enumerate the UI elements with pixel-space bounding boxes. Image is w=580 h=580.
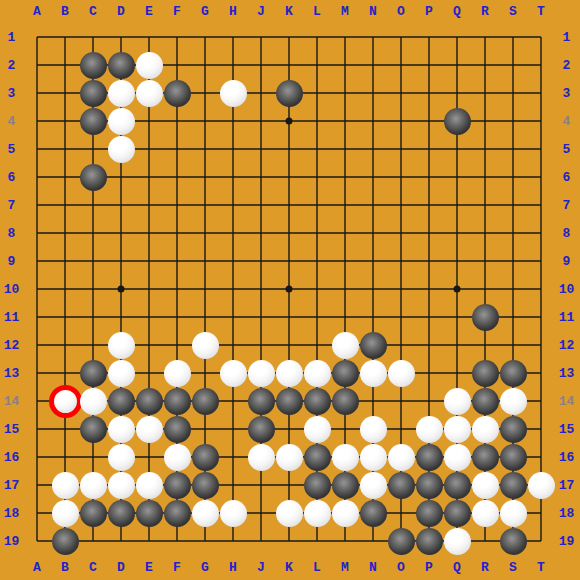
intersection-B15[interactable] xyxy=(51,415,79,443)
intersection-C9[interactable] xyxy=(79,247,107,275)
intersection-O8[interactable] xyxy=(387,219,415,247)
intersection-L12[interactable] xyxy=(303,331,331,359)
intersection-F10[interactable] xyxy=(163,275,191,303)
intersection-L10[interactable] xyxy=(303,275,331,303)
intersection-G17[interactable] xyxy=(191,471,219,499)
intersection-A8[interactable] xyxy=(23,219,51,247)
intersection-F1[interactable] xyxy=(163,23,191,51)
intersection-D2[interactable] xyxy=(107,51,135,79)
intersection-K6[interactable] xyxy=(275,163,303,191)
intersection-S18[interactable] xyxy=(499,499,527,527)
intersection-C16[interactable] xyxy=(79,443,107,471)
intersection-N3[interactable] xyxy=(359,79,387,107)
intersection-K2[interactable] xyxy=(275,51,303,79)
intersection-D19[interactable] xyxy=(107,527,135,555)
intersection-E5[interactable] xyxy=(135,135,163,163)
intersection-E2[interactable] xyxy=(135,51,163,79)
intersection-M5[interactable] xyxy=(331,135,359,163)
intersection-J2[interactable] xyxy=(247,51,275,79)
intersection-T18[interactable] xyxy=(527,499,555,527)
intersection-E6[interactable] xyxy=(135,163,163,191)
intersection-F13[interactable] xyxy=(163,359,191,387)
intersection-A14[interactable] xyxy=(23,387,51,415)
intersection-T4[interactable] xyxy=(527,107,555,135)
intersection-J1[interactable] xyxy=(247,23,275,51)
intersection-P1[interactable] xyxy=(415,23,443,51)
intersection-F9[interactable] xyxy=(163,247,191,275)
intersection-J4[interactable] xyxy=(247,107,275,135)
intersection-E18[interactable] xyxy=(135,499,163,527)
intersection-D4[interactable] xyxy=(107,107,135,135)
intersection-D11[interactable] xyxy=(107,303,135,331)
intersection-F8[interactable] xyxy=(163,219,191,247)
intersection-D6[interactable] xyxy=(107,163,135,191)
intersection-S13[interactable] xyxy=(499,359,527,387)
intersection-F19[interactable] xyxy=(163,527,191,555)
intersection-C4[interactable] xyxy=(79,107,107,135)
intersection-K16[interactable] xyxy=(275,443,303,471)
intersection-G9[interactable] xyxy=(191,247,219,275)
intersection-S17[interactable] xyxy=(499,471,527,499)
intersection-M13[interactable] xyxy=(331,359,359,387)
intersection-T19[interactable] xyxy=(527,527,555,555)
intersection-H16[interactable] xyxy=(219,443,247,471)
intersection-D8[interactable] xyxy=(107,219,135,247)
intersection-M6[interactable] xyxy=(331,163,359,191)
intersection-B5[interactable] xyxy=(51,135,79,163)
intersection-M15[interactable] xyxy=(331,415,359,443)
intersection-C5[interactable] xyxy=(79,135,107,163)
intersection-P8[interactable] xyxy=(415,219,443,247)
intersection-H7[interactable] xyxy=(219,191,247,219)
intersection-A3[interactable] xyxy=(23,79,51,107)
intersection-L2[interactable] xyxy=(303,51,331,79)
intersection-J9[interactable] xyxy=(247,247,275,275)
intersection-R8[interactable] xyxy=(471,219,499,247)
intersection-Q4[interactable] xyxy=(443,107,471,135)
intersection-E19[interactable] xyxy=(135,527,163,555)
intersection-A4[interactable] xyxy=(23,107,51,135)
intersection-C13[interactable] xyxy=(79,359,107,387)
intersection-G10[interactable] xyxy=(191,275,219,303)
intersection-T8[interactable] xyxy=(527,219,555,247)
intersection-A1[interactable] xyxy=(23,23,51,51)
intersection-A9[interactable] xyxy=(23,247,51,275)
intersection-L11[interactable] xyxy=(303,303,331,331)
intersection-P9[interactable] xyxy=(415,247,443,275)
intersection-B9[interactable] xyxy=(51,247,79,275)
intersection-S7[interactable] xyxy=(499,191,527,219)
intersection-L14[interactable] xyxy=(303,387,331,415)
intersection-P3[interactable] xyxy=(415,79,443,107)
intersection-C12[interactable] xyxy=(79,331,107,359)
intersection-R3[interactable] xyxy=(471,79,499,107)
intersection-G19[interactable] xyxy=(191,527,219,555)
intersection-A10[interactable] xyxy=(23,275,51,303)
intersection-H13[interactable] xyxy=(219,359,247,387)
intersection-S15[interactable] xyxy=(499,415,527,443)
intersection-T3[interactable] xyxy=(527,79,555,107)
intersection-B18[interactable] xyxy=(51,499,79,527)
intersection-N16[interactable] xyxy=(359,443,387,471)
intersection-O1[interactable] xyxy=(387,23,415,51)
intersection-Q1[interactable] xyxy=(443,23,471,51)
intersection-O14[interactable] xyxy=(387,387,415,415)
intersection-P4[interactable] xyxy=(415,107,443,135)
intersection-L17[interactable] xyxy=(303,471,331,499)
intersection-T17[interactable] xyxy=(527,471,555,499)
intersection-C11[interactable] xyxy=(79,303,107,331)
intersection-L4[interactable] xyxy=(303,107,331,135)
intersection-E9[interactable] xyxy=(135,247,163,275)
intersection-B1[interactable] xyxy=(51,23,79,51)
intersection-H2[interactable] xyxy=(219,51,247,79)
intersection-E1[interactable] xyxy=(135,23,163,51)
intersection-A12[interactable] xyxy=(23,331,51,359)
intersection-O10[interactable] xyxy=(387,275,415,303)
intersection-N2[interactable] xyxy=(359,51,387,79)
intersection-J7[interactable] xyxy=(247,191,275,219)
intersection-H19[interactable] xyxy=(219,527,247,555)
intersection-K1[interactable] xyxy=(275,23,303,51)
intersection-N4[interactable] xyxy=(359,107,387,135)
intersection-Q5[interactable] xyxy=(443,135,471,163)
intersection-N1[interactable] xyxy=(359,23,387,51)
intersection-T10[interactable] xyxy=(527,275,555,303)
intersection-Q8[interactable] xyxy=(443,219,471,247)
intersection-L7[interactable] xyxy=(303,191,331,219)
intersection-C10[interactable] xyxy=(79,275,107,303)
intersection-E17[interactable] xyxy=(135,471,163,499)
intersection-G8[interactable] xyxy=(191,219,219,247)
intersection-C3[interactable] xyxy=(79,79,107,107)
intersection-R2[interactable] xyxy=(471,51,499,79)
intersection-C7[interactable] xyxy=(79,191,107,219)
intersection-N8[interactable] xyxy=(359,219,387,247)
intersection-S5[interactable] xyxy=(499,135,527,163)
intersection-P16[interactable] xyxy=(415,443,443,471)
intersection-T2[interactable] xyxy=(527,51,555,79)
intersection-E11[interactable] xyxy=(135,303,163,331)
intersection-S3[interactable] xyxy=(499,79,527,107)
intersection-O2[interactable] xyxy=(387,51,415,79)
intersection-H14[interactable] xyxy=(219,387,247,415)
intersection-B14[interactable] xyxy=(51,387,79,415)
intersection-E16[interactable] xyxy=(135,443,163,471)
intersection-R1[interactable] xyxy=(471,23,499,51)
intersection-P11[interactable] xyxy=(415,303,443,331)
intersection-S12[interactable] xyxy=(499,331,527,359)
intersection-F6[interactable] xyxy=(163,163,191,191)
intersection-L3[interactable] xyxy=(303,79,331,107)
intersection-G12[interactable] xyxy=(191,331,219,359)
intersection-P2[interactable] xyxy=(415,51,443,79)
intersection-N5[interactable] xyxy=(359,135,387,163)
intersection-R16[interactable] xyxy=(471,443,499,471)
intersection-O4[interactable] xyxy=(387,107,415,135)
intersection-F5[interactable] xyxy=(163,135,191,163)
intersection-Q3[interactable] xyxy=(443,79,471,107)
intersection-N13[interactable] xyxy=(359,359,387,387)
intersection-J3[interactable] xyxy=(247,79,275,107)
intersection-G15[interactable] xyxy=(191,415,219,443)
intersection-E10[interactable] xyxy=(135,275,163,303)
intersection-G6[interactable] xyxy=(191,163,219,191)
intersection-M12[interactable] xyxy=(331,331,359,359)
intersection-A17[interactable] xyxy=(23,471,51,499)
intersection-D18[interactable] xyxy=(107,499,135,527)
intersection-L13[interactable] xyxy=(303,359,331,387)
intersection-M19[interactable] xyxy=(331,527,359,555)
intersection-L19[interactable] xyxy=(303,527,331,555)
intersection-J19[interactable] xyxy=(247,527,275,555)
intersection-B12[interactable] xyxy=(51,331,79,359)
intersection-O9[interactable] xyxy=(387,247,415,275)
intersection-M9[interactable] xyxy=(331,247,359,275)
intersection-C18[interactable] xyxy=(79,499,107,527)
intersection-O16[interactable] xyxy=(387,443,415,471)
intersection-H9[interactable] xyxy=(219,247,247,275)
intersection-N15[interactable] xyxy=(359,415,387,443)
intersection-G11[interactable] xyxy=(191,303,219,331)
intersection-A5[interactable] xyxy=(23,135,51,163)
intersection-K9[interactable] xyxy=(275,247,303,275)
intersection-J5[interactable] xyxy=(247,135,275,163)
intersection-P18[interactable] xyxy=(415,499,443,527)
intersection-T9[interactable] xyxy=(527,247,555,275)
intersection-A15[interactable] xyxy=(23,415,51,443)
intersection-L18[interactable] xyxy=(303,499,331,527)
intersection-O19[interactable] xyxy=(387,527,415,555)
intersection-K19[interactable] xyxy=(275,527,303,555)
intersection-R18[interactable] xyxy=(471,499,499,527)
intersection-C14[interactable] xyxy=(79,387,107,415)
intersection-R5[interactable] xyxy=(471,135,499,163)
intersection-T7[interactable] xyxy=(527,191,555,219)
intersection-S14[interactable] xyxy=(499,387,527,415)
intersection-F16[interactable] xyxy=(163,443,191,471)
intersection-H8[interactable] xyxy=(219,219,247,247)
intersection-A18[interactable] xyxy=(23,499,51,527)
intersection-M10[interactable] xyxy=(331,275,359,303)
intersection-Q14[interactable] xyxy=(443,387,471,415)
intersection-C8[interactable] xyxy=(79,219,107,247)
intersection-S1[interactable] xyxy=(499,23,527,51)
intersection-D10[interactable] xyxy=(107,275,135,303)
intersection-A19[interactable] xyxy=(23,527,51,555)
intersection-H1[interactable] xyxy=(219,23,247,51)
intersection-A2[interactable] xyxy=(23,51,51,79)
intersection-L16[interactable] xyxy=(303,443,331,471)
intersection-D15[interactable] xyxy=(107,415,135,443)
intersection-S9[interactable] xyxy=(499,247,527,275)
intersection-Q16[interactable] xyxy=(443,443,471,471)
intersection-R7[interactable] xyxy=(471,191,499,219)
intersection-C6[interactable] xyxy=(79,163,107,191)
intersection-J17[interactable] xyxy=(247,471,275,499)
intersection-P7[interactable] xyxy=(415,191,443,219)
intersection-G5[interactable] xyxy=(191,135,219,163)
intersection-F15[interactable] xyxy=(163,415,191,443)
intersection-K8[interactable] xyxy=(275,219,303,247)
intersection-F4[interactable] xyxy=(163,107,191,135)
intersection-O6[interactable] xyxy=(387,163,415,191)
intersection-R4[interactable] xyxy=(471,107,499,135)
intersection-S19[interactable] xyxy=(499,527,527,555)
intersection-N11[interactable] xyxy=(359,303,387,331)
intersection-R6[interactable] xyxy=(471,163,499,191)
intersection-G13[interactable] xyxy=(191,359,219,387)
intersection-H6[interactable] xyxy=(219,163,247,191)
intersection-T1[interactable] xyxy=(527,23,555,51)
intersection-Q13[interactable] xyxy=(443,359,471,387)
intersection-Q17[interactable] xyxy=(443,471,471,499)
intersection-R19[interactable] xyxy=(471,527,499,555)
intersection-E4[interactable] xyxy=(135,107,163,135)
intersection-F11[interactable] xyxy=(163,303,191,331)
intersection-T15[interactable] xyxy=(527,415,555,443)
intersection-B16[interactable] xyxy=(51,443,79,471)
intersection-P5[interactable] xyxy=(415,135,443,163)
intersection-R15[interactable] xyxy=(471,415,499,443)
intersection-L1[interactable] xyxy=(303,23,331,51)
intersection-M14[interactable] xyxy=(331,387,359,415)
intersection-C19[interactable] xyxy=(79,527,107,555)
intersection-Q12[interactable] xyxy=(443,331,471,359)
intersection-Q18[interactable] xyxy=(443,499,471,527)
intersection-J14[interactable] xyxy=(247,387,275,415)
intersection-D7[interactable] xyxy=(107,191,135,219)
intersection-N9[interactable] xyxy=(359,247,387,275)
intersection-T14[interactable] xyxy=(527,387,555,415)
intersection-M1[interactable] xyxy=(331,23,359,51)
intersection-A7[interactable] xyxy=(23,191,51,219)
intersection-D14[interactable] xyxy=(107,387,135,415)
intersection-J11[interactable] xyxy=(247,303,275,331)
intersection-H11[interactable] xyxy=(219,303,247,331)
intersection-M17[interactable] xyxy=(331,471,359,499)
intersection-K18[interactable] xyxy=(275,499,303,527)
intersection-B17[interactable] xyxy=(51,471,79,499)
intersection-D9[interactable] xyxy=(107,247,135,275)
intersection-J13[interactable] xyxy=(247,359,275,387)
intersection-F12[interactable] xyxy=(163,331,191,359)
intersection-M3[interactable] xyxy=(331,79,359,107)
intersection-D16[interactable] xyxy=(107,443,135,471)
intersection-B13[interactable] xyxy=(51,359,79,387)
intersection-Q11[interactable] xyxy=(443,303,471,331)
intersection-M2[interactable] xyxy=(331,51,359,79)
intersection-K12[interactable] xyxy=(275,331,303,359)
intersection-H10[interactable] xyxy=(219,275,247,303)
intersection-S4[interactable] xyxy=(499,107,527,135)
intersection-B10[interactable] xyxy=(51,275,79,303)
intersection-F14[interactable] xyxy=(163,387,191,415)
intersection-J10[interactable] xyxy=(247,275,275,303)
intersection-G1[interactable] xyxy=(191,23,219,51)
intersection-N12[interactable] xyxy=(359,331,387,359)
intersection-E12[interactable] xyxy=(135,331,163,359)
intersection-B11[interactable] xyxy=(51,303,79,331)
intersection-S6[interactable] xyxy=(499,163,527,191)
intersection-R17[interactable] xyxy=(471,471,499,499)
intersection-O3[interactable] xyxy=(387,79,415,107)
intersection-N19[interactable] xyxy=(359,527,387,555)
intersection-T16[interactable] xyxy=(527,443,555,471)
intersection-H18[interactable] xyxy=(219,499,247,527)
intersection-H5[interactable] xyxy=(219,135,247,163)
intersection-M16[interactable] xyxy=(331,443,359,471)
intersection-J18[interactable] xyxy=(247,499,275,527)
intersection-M4[interactable] xyxy=(331,107,359,135)
intersection-C2[interactable] xyxy=(79,51,107,79)
intersection-P12[interactable] xyxy=(415,331,443,359)
intersection-R13[interactable] xyxy=(471,359,499,387)
intersection-B19[interactable] xyxy=(51,527,79,555)
intersection-O17[interactable] xyxy=(387,471,415,499)
intersection-S11[interactable] xyxy=(499,303,527,331)
intersection-D1[interactable] xyxy=(107,23,135,51)
intersection-N17[interactable] xyxy=(359,471,387,499)
intersection-O7[interactable] xyxy=(387,191,415,219)
intersection-N6[interactable] xyxy=(359,163,387,191)
intersection-Q2[interactable] xyxy=(443,51,471,79)
intersection-K7[interactable] xyxy=(275,191,303,219)
intersection-E7[interactable] xyxy=(135,191,163,219)
intersection-D5[interactable] xyxy=(107,135,135,163)
intersection-A6[interactable] xyxy=(23,163,51,191)
intersection-B8[interactable] xyxy=(51,219,79,247)
intersection-P17[interactable] xyxy=(415,471,443,499)
intersection-C17[interactable] xyxy=(79,471,107,499)
intersection-M8[interactable] xyxy=(331,219,359,247)
intersection-J8[interactable] xyxy=(247,219,275,247)
intersection-F2[interactable] xyxy=(163,51,191,79)
intersection-Q19[interactable] xyxy=(443,527,471,555)
intersection-P15[interactable] xyxy=(415,415,443,443)
intersection-F7[interactable] xyxy=(163,191,191,219)
intersection-K13[interactable] xyxy=(275,359,303,387)
intersection-K15[interactable] xyxy=(275,415,303,443)
intersection-D12[interactable] xyxy=(107,331,135,359)
intersection-N18[interactable] xyxy=(359,499,387,527)
intersection-B3[interactable] xyxy=(51,79,79,107)
intersection-H12[interactable] xyxy=(219,331,247,359)
intersection-R10[interactable] xyxy=(471,275,499,303)
intersection-J15[interactable] xyxy=(247,415,275,443)
intersection-O12[interactable] xyxy=(387,331,415,359)
intersection-P13[interactable] xyxy=(415,359,443,387)
intersection-G7[interactable] xyxy=(191,191,219,219)
intersection-G3[interactable] xyxy=(191,79,219,107)
intersection-J12[interactable] xyxy=(247,331,275,359)
intersection-R9[interactable] xyxy=(471,247,499,275)
intersection-B6[interactable] xyxy=(51,163,79,191)
intersection-G14[interactable] xyxy=(191,387,219,415)
intersection-F17[interactable] xyxy=(163,471,191,499)
intersection-F3[interactable] xyxy=(163,79,191,107)
intersection-A11[interactable] xyxy=(23,303,51,331)
intersection-H17[interactable] xyxy=(219,471,247,499)
intersection-N10[interactable] xyxy=(359,275,387,303)
intersection-B4[interactable] xyxy=(51,107,79,135)
intersection-P10[interactable] xyxy=(415,275,443,303)
intersection-T12[interactable] xyxy=(527,331,555,359)
intersection-B2[interactable] xyxy=(51,51,79,79)
intersection-L6[interactable] xyxy=(303,163,331,191)
intersection-M7[interactable] xyxy=(331,191,359,219)
intersection-Q9[interactable] xyxy=(443,247,471,275)
